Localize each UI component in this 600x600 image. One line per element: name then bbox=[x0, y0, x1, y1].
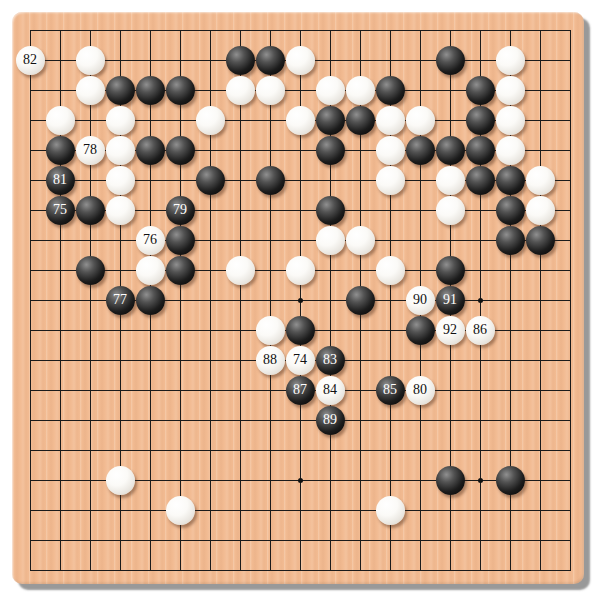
stone-black[interactable] bbox=[166, 136, 195, 165]
stone-black[interactable] bbox=[496, 166, 525, 195]
stone-white[interactable] bbox=[376, 136, 405, 165]
stone-white-move-86[interactable]: 86 bbox=[466, 316, 495, 345]
stone-black[interactable] bbox=[136, 136, 165, 165]
stone-black[interactable] bbox=[466, 106, 495, 135]
move-number: 78 bbox=[83, 143, 97, 157]
stone-black[interactable] bbox=[76, 196, 105, 225]
move-number: 81 bbox=[53, 173, 67, 187]
move-number: 80 bbox=[413, 383, 427, 397]
stone-black[interactable] bbox=[436, 46, 465, 75]
stone-black[interactable] bbox=[436, 466, 465, 495]
stone-black[interactable] bbox=[316, 106, 345, 135]
move-number: 90 bbox=[413, 293, 427, 307]
stone-black[interactable] bbox=[496, 466, 525, 495]
move-number: 83 bbox=[323, 353, 337, 367]
stone-white-move-84[interactable]: 84 bbox=[316, 376, 345, 405]
stone-white[interactable] bbox=[496, 106, 525, 135]
stone-black[interactable] bbox=[316, 136, 345, 165]
stone-white-move-80[interactable]: 80 bbox=[406, 376, 435, 405]
stone-black[interactable] bbox=[526, 226, 555, 255]
stone-white[interactable] bbox=[436, 196, 465, 225]
stone-white[interactable] bbox=[316, 226, 345, 255]
stone-white[interactable] bbox=[196, 106, 225, 135]
stone-black[interactable] bbox=[136, 76, 165, 105]
stone-black[interactable] bbox=[106, 76, 135, 105]
stone-black[interactable] bbox=[226, 46, 255, 75]
stone-white[interactable] bbox=[496, 76, 525, 105]
stone-black-move-91[interactable]: 91 bbox=[436, 286, 465, 315]
stone-black[interactable] bbox=[256, 166, 285, 195]
stone-white[interactable] bbox=[526, 196, 555, 225]
stone-black[interactable] bbox=[346, 286, 375, 315]
stone-white[interactable] bbox=[286, 256, 315, 285]
stone-white[interactable] bbox=[256, 316, 285, 345]
stone-white[interactable] bbox=[316, 76, 345, 105]
stone-white[interactable] bbox=[76, 76, 105, 105]
move-number: 85 bbox=[383, 383, 397, 397]
stone-black-move-83[interactable]: 83 bbox=[316, 346, 345, 375]
stone-black[interactable] bbox=[406, 316, 435, 345]
stone-black[interactable] bbox=[256, 46, 285, 75]
stone-white-move-88[interactable]: 88 bbox=[256, 346, 285, 375]
stone-white-move-76[interactable]: 76 bbox=[136, 226, 165, 255]
stone-black[interactable] bbox=[196, 166, 225, 195]
move-number: 87 bbox=[293, 383, 307, 397]
stone-white-move-82[interactable]: 82 bbox=[16, 46, 45, 75]
page: 82788175797677909192868874838784858089 bbox=[0, 0, 600, 600]
stone-black[interactable] bbox=[466, 76, 495, 105]
stone-white-move-78[interactable]: 78 bbox=[76, 136, 105, 165]
stone-white[interactable] bbox=[226, 256, 255, 285]
stone-black-move-79[interactable]: 79 bbox=[166, 196, 195, 225]
stone-black-move-77[interactable]: 77 bbox=[106, 286, 135, 315]
stone-black[interactable] bbox=[376, 76, 405, 105]
stone-white[interactable] bbox=[46, 106, 75, 135]
stone-black[interactable] bbox=[46, 136, 75, 165]
stone-white[interactable] bbox=[106, 166, 135, 195]
stone-black[interactable] bbox=[166, 76, 195, 105]
stone-black[interactable] bbox=[406, 136, 435, 165]
stone-black[interactable] bbox=[466, 136, 495, 165]
stone-black-move-75[interactable]: 75 bbox=[46, 196, 75, 225]
stone-white-move-90[interactable]: 90 bbox=[406, 286, 435, 315]
move-number: 92 bbox=[443, 323, 457, 337]
move-number: 75 bbox=[53, 203, 67, 217]
stone-black[interactable] bbox=[346, 106, 375, 135]
stone-white[interactable] bbox=[406, 106, 435, 135]
stone-black[interactable] bbox=[496, 196, 525, 225]
move-number: 91 bbox=[443, 293, 457, 307]
stone-white[interactable] bbox=[76, 46, 105, 75]
stone-black[interactable] bbox=[136, 286, 165, 315]
stone-white-move-92[interactable]: 92 bbox=[436, 316, 465, 345]
stone-black[interactable] bbox=[316, 196, 345, 225]
stone-white[interactable] bbox=[226, 76, 255, 105]
stone-black[interactable] bbox=[466, 166, 495, 195]
stone-white[interactable] bbox=[496, 46, 525, 75]
stone-white[interactable] bbox=[136, 256, 165, 285]
go-board[interactable]: 82788175797677909192868874838784858089 bbox=[12, 12, 584, 584]
stone-white[interactable] bbox=[106, 466, 135, 495]
star-point bbox=[478, 478, 483, 483]
stone-white[interactable] bbox=[376, 166, 405, 195]
stone-black[interactable] bbox=[76, 256, 105, 285]
stone-white[interactable] bbox=[256, 76, 285, 105]
stone-black[interactable] bbox=[166, 256, 195, 285]
move-number: 84 bbox=[323, 383, 337, 397]
stone-white-move-74[interactable]: 74 bbox=[286, 346, 315, 375]
stone-black[interactable] bbox=[436, 136, 465, 165]
stone-white[interactable] bbox=[526, 166, 555, 195]
stone-white[interactable] bbox=[376, 256, 405, 285]
stone-black[interactable] bbox=[496, 226, 525, 255]
stone-black[interactable] bbox=[286, 316, 315, 345]
stone-white[interactable] bbox=[286, 46, 315, 75]
move-number: 86 bbox=[473, 323, 487, 337]
stone-white[interactable] bbox=[346, 226, 375, 255]
stone-white[interactable] bbox=[106, 196, 135, 225]
stone-white[interactable] bbox=[376, 106, 405, 135]
stone-white[interactable] bbox=[166, 496, 195, 525]
stone-white[interactable] bbox=[106, 136, 135, 165]
star-point bbox=[298, 478, 303, 483]
move-number: 88 bbox=[263, 353, 277, 367]
stone-white[interactable] bbox=[346, 76, 375, 105]
stone-black-move-85[interactable]: 85 bbox=[376, 376, 405, 405]
star-point bbox=[478, 298, 483, 303]
move-number: 79 bbox=[173, 203, 187, 217]
stone-white[interactable] bbox=[106, 106, 135, 135]
stone-white[interactable] bbox=[436, 166, 465, 195]
move-number: 82 bbox=[23, 53, 37, 67]
stone-white[interactable] bbox=[496, 136, 525, 165]
star-point bbox=[298, 298, 303, 303]
stone-black[interactable] bbox=[436, 256, 465, 285]
stone-white[interactable] bbox=[286, 106, 315, 135]
move-number: 89 bbox=[323, 413, 337, 427]
board-grid: 82788175797677909192868874838784858089 bbox=[15, 15, 585, 585]
move-number: 76 bbox=[143, 233, 157, 247]
move-number: 77 bbox=[113, 293, 127, 307]
stone-black-move-81[interactable]: 81 bbox=[46, 166, 75, 195]
move-number: 74 bbox=[293, 353, 307, 367]
stone-white[interactable] bbox=[376, 496, 405, 525]
stone-black-move-87[interactable]: 87 bbox=[286, 376, 315, 405]
stone-black-move-89[interactable]: 89 bbox=[316, 406, 345, 435]
stone-black[interactable] bbox=[166, 226, 195, 255]
